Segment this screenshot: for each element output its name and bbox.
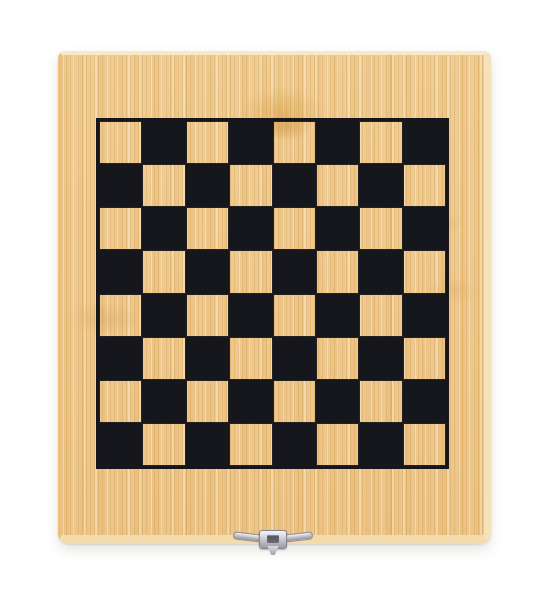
square-d1[interactable] (229, 423, 272, 466)
square-h7[interactable] (403, 164, 446, 207)
clasp-wing-left (233, 531, 263, 542)
photo-background (0, 0, 540, 610)
square-b8[interactable] (142, 121, 185, 164)
square-f8[interactable] (316, 121, 359, 164)
square-g6[interactable] (359, 207, 402, 250)
clasp-buckle-hole (267, 535, 279, 543)
square-b3[interactable] (142, 337, 185, 380)
square-c2[interactable] (186, 380, 229, 423)
square-f5[interactable] (316, 250, 359, 293)
square-f1[interactable] (316, 423, 359, 466)
square-e2[interactable] (273, 380, 316, 423)
square-e6[interactable] (273, 207, 316, 250)
square-d5[interactable] (229, 250, 272, 293)
square-c4[interactable] (186, 294, 229, 337)
square-d2[interactable] (229, 380, 272, 423)
square-f7[interactable] (316, 164, 359, 207)
clasp-latch[interactable] (233, 529, 313, 557)
square-c1[interactable] (186, 423, 229, 466)
square-b7[interactable] (142, 164, 185, 207)
wooden-chess-box-lid (58, 51, 491, 544)
square-e3[interactable] (273, 337, 316, 380)
square-f3[interactable] (316, 337, 359, 380)
square-b5[interactable] (142, 250, 185, 293)
square-h1[interactable] (403, 423, 446, 466)
square-a3[interactable] (99, 337, 142, 380)
square-b1[interactable] (142, 423, 185, 466)
square-c3[interactable] (186, 337, 229, 380)
square-d7[interactable] (229, 164, 272, 207)
square-b4[interactable] (142, 294, 185, 337)
square-f4[interactable] (316, 294, 359, 337)
square-e1[interactable] (273, 423, 316, 466)
square-h5[interactable] (403, 250, 446, 293)
square-a2[interactable] (99, 380, 142, 423)
square-h2[interactable] (403, 380, 446, 423)
square-d6[interactable] (229, 207, 272, 250)
square-h6[interactable] (403, 207, 446, 250)
square-g5[interactable] (359, 250, 402, 293)
square-f2[interactable] (316, 380, 359, 423)
square-h4[interactable] (403, 294, 446, 337)
square-d4[interactable] (229, 294, 272, 337)
square-d3[interactable] (229, 337, 272, 380)
square-g1[interactable] (359, 423, 402, 466)
square-a4[interactable] (99, 294, 142, 337)
square-g3[interactable] (359, 337, 402, 380)
square-a8[interactable] (99, 121, 142, 164)
square-h8[interactable] (403, 121, 446, 164)
square-g7[interactable] (359, 164, 402, 207)
square-e8[interactable] (273, 121, 316, 164)
square-c8[interactable] (186, 121, 229, 164)
square-f6[interactable] (316, 207, 359, 250)
chess-board (96, 118, 449, 469)
square-a6[interactable] (99, 207, 142, 250)
square-e7[interactable] (273, 164, 316, 207)
square-g2[interactable] (359, 380, 402, 423)
square-b6[interactable] (142, 207, 185, 250)
square-d8[interactable] (229, 121, 272, 164)
clasp-wing-right (284, 531, 314, 542)
square-a1[interactable] (99, 423, 142, 466)
square-g8[interactable] (359, 121, 402, 164)
square-g4[interactable] (359, 294, 402, 337)
square-e5[interactable] (273, 250, 316, 293)
square-e4[interactable] (273, 294, 316, 337)
square-c7[interactable] (186, 164, 229, 207)
square-c5[interactable] (186, 250, 229, 293)
square-b2[interactable] (142, 380, 185, 423)
square-h3[interactable] (403, 337, 446, 380)
square-a7[interactable] (99, 164, 142, 207)
square-a5[interactable] (99, 250, 142, 293)
square-c6[interactable] (186, 207, 229, 250)
